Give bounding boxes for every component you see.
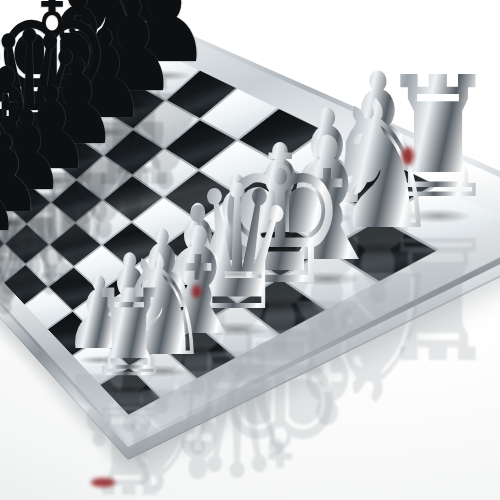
- piece-white-rook-a1[interactable]: ♜: [86, 274, 172, 394]
- chess-set-photo: ♜♜♞♞♝♝♛♛♚♚♝♝♞♞♜♜♟♟♟♟♟♟♟♟♟♟♟♟♟♟♟♟♟♟♟♟♟♟♟♟…: [0, 0, 500, 500]
- piece-mirror-reflection: ♟: [0, 240, 21, 343]
- piece-mirror-reflection: ♜: [86, 387, 172, 500]
- piece-black-pawn-a7[interactable]: ♟: [0, 143, 21, 246]
